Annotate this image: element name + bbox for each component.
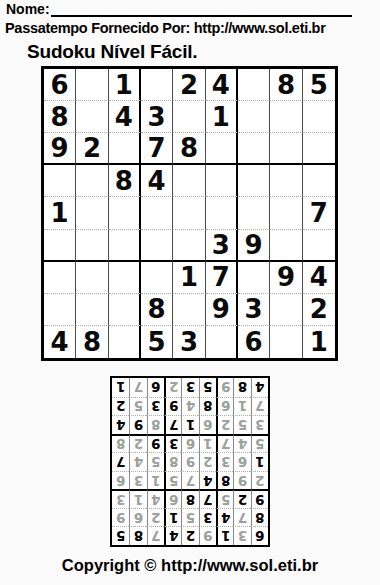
solution-cell-r1c8: 8 bbox=[129, 526, 146, 545]
sudoku-cell-r6c5[interactable] bbox=[173, 230, 205, 262]
solution-cell-r3c4: 7 bbox=[199, 489, 216, 508]
sudoku-cell-r4c1[interactable] bbox=[44, 165, 76, 197]
solution-cell-r5c8: 4 bbox=[129, 452, 146, 471]
sudoku-cell-r4c4: 4 bbox=[141, 165, 173, 197]
solution-cell-r5c1: 1 bbox=[251, 452, 268, 471]
sudoku-cell-r1c1: 6 bbox=[44, 69, 76, 101]
sudoku-cell-r9c8[interactable] bbox=[270, 326, 302, 358]
solution-cell-r4c8: 3 bbox=[129, 471, 146, 490]
sudoku-cell-r5c8[interactable] bbox=[270, 197, 302, 229]
sudoku-cell-r3c2: 2 bbox=[76, 133, 108, 165]
sudoku-cell-r1c5: 2 bbox=[173, 69, 205, 101]
solution-cell-r5c4: 2 bbox=[199, 452, 216, 471]
sudoku-worksheet: { "header": { "name_label": "Nome:", "pr… bbox=[0, 0, 380, 585]
sudoku-cell-r4c6[interactable] bbox=[206, 165, 238, 197]
solution-cell-r9c9: 1 bbox=[112, 378, 129, 397]
solution-cell-r1c7: 7 bbox=[147, 526, 164, 545]
solution-cell-r6c6: 3 bbox=[164, 434, 181, 453]
solution-cell-r9c3: 9 bbox=[216, 378, 233, 397]
sudoku-cell-r6c7: 9 bbox=[238, 230, 270, 262]
sudoku-cell-r4c2[interactable] bbox=[76, 165, 108, 197]
sudoku-cell-r8c9: 2 bbox=[303, 294, 335, 326]
sudoku-cell-r1c8: 8 bbox=[270, 69, 302, 101]
sudoku-cell-r7c7[interactable] bbox=[238, 262, 270, 294]
solution-cell-r5c3: 3 bbox=[216, 452, 233, 471]
solution-cell-r9c1: 4 bbox=[251, 378, 268, 397]
sudoku-cell-r7c9: 4 bbox=[303, 262, 335, 294]
solution-cell-r8c8: 5 bbox=[129, 397, 146, 416]
solution-cell-r3c8: 1 bbox=[129, 489, 146, 508]
page-title: Sudoku Nível Fácil. bbox=[27, 41, 197, 63]
solution-cell-r4c3: 8 bbox=[216, 471, 233, 490]
solution-cell-r8c3: 6 bbox=[216, 397, 233, 416]
solution-cell-r7c5: 1 bbox=[181, 415, 198, 434]
sudoku-cell-r5c2[interactable] bbox=[76, 197, 108, 229]
sudoku-cell-r7c1[interactable] bbox=[44, 262, 76, 294]
solution-cell-r6c9: 8 bbox=[112, 434, 129, 453]
sudoku-cell-r7c3[interactable] bbox=[109, 262, 141, 294]
sudoku-cell-r5c4[interactable] bbox=[141, 197, 173, 229]
sudoku-cell-r6c8[interactable] bbox=[270, 230, 302, 262]
sudoku-cell-r7c6: 7 bbox=[206, 262, 238, 294]
sudoku-cell-r3c7[interactable] bbox=[238, 133, 270, 165]
sudoku-cell-r2c5[interactable] bbox=[173, 101, 205, 133]
sudoku-cell-r5c9: 7 bbox=[303, 197, 335, 229]
sudoku-cell-r2c1: 8 bbox=[44, 101, 76, 133]
solution-cell-r2c1: 8 bbox=[251, 508, 268, 527]
sudoku-cell-r9c5: 3 bbox=[173, 326, 205, 358]
solution-cell-r6c3: 7 bbox=[216, 434, 233, 453]
sudoku-cell-r3c5: 8 bbox=[173, 133, 205, 165]
solution-cell-r6c1: 5 bbox=[251, 434, 268, 453]
sudoku-cell-r8c1[interactable] bbox=[44, 294, 76, 326]
solution-cell-r8c9: 2 bbox=[112, 397, 129, 416]
solution-grid-rotated: 6319247858743512699257864132984751361632… bbox=[110, 376, 270, 547]
solution-cell-r6c4: 1 bbox=[199, 434, 216, 453]
solution-cell-r5c5: 9 bbox=[181, 452, 198, 471]
sudoku-cell-r1c6: 4 bbox=[206, 69, 238, 101]
solution-cell-r1c4: 9 bbox=[199, 526, 216, 545]
sudoku-cell-r3c9[interactable] bbox=[303, 133, 335, 165]
sudoku-cell-r2c2[interactable] bbox=[76, 101, 108, 133]
sudoku-cell-r9c9: 1 bbox=[303, 326, 335, 358]
solution-cell-r6c8: 2 bbox=[129, 434, 146, 453]
solution-cell-r3c3: 5 bbox=[216, 489, 233, 508]
solution-cell-r4c4: 4 bbox=[199, 471, 216, 490]
provided-by-text: Passatempo Fornecido Por: http://www.sol… bbox=[5, 20, 375, 36]
sudoku-cell-r2c9[interactable] bbox=[303, 101, 335, 133]
solution-cell-r8c7: 3 bbox=[147, 397, 164, 416]
sudoku-cell-r3c1: 9 bbox=[44, 133, 76, 165]
solution-cell-r9c6: 2 bbox=[164, 378, 181, 397]
sudoku-cell-r6c1[interactable] bbox=[44, 230, 76, 262]
solution-cell-r7c1: 3 bbox=[251, 415, 268, 434]
sudoku-cell-r4c9[interactable] bbox=[303, 165, 335, 197]
solution-cell-r3c5: 8 bbox=[181, 489, 198, 508]
solution-cell-r8c5: 4 bbox=[181, 397, 198, 416]
sudoku-cell-r5c6[interactable] bbox=[206, 197, 238, 229]
sudoku-cell-r6c3[interactable] bbox=[109, 230, 141, 262]
sudoku-cell-r8c6: 9 bbox=[206, 294, 238, 326]
solution-cell-r4c9: 6 bbox=[112, 471, 129, 490]
solution-cell-r8c6: 9 bbox=[164, 397, 181, 416]
sudoku-cell-r2c8[interactable] bbox=[270, 101, 302, 133]
sudoku-grid: 6124858431927884173917948932485361 bbox=[41, 66, 338, 361]
sudoku-cell-r6c6: 3 bbox=[206, 230, 238, 262]
solution-cell-r2c6: 1 bbox=[164, 508, 181, 527]
solution-cell-r1c2: 3 bbox=[233, 526, 250, 545]
solution-cell-r3c9: 3 bbox=[112, 489, 129, 508]
sudoku-cell-r9c7: 6 bbox=[238, 326, 270, 358]
sudoku-cell-r6c4[interactable] bbox=[141, 230, 173, 262]
sudoku-cell-r6c9[interactable] bbox=[303, 230, 335, 262]
sudoku-cell-r7c5: 1 bbox=[173, 262, 205, 294]
name-row: Nome: bbox=[6, 1, 352, 17]
solution-cell-r9c7: 6 bbox=[147, 378, 164, 397]
sudoku-cell-r5c7[interactable] bbox=[238, 197, 270, 229]
solution-cell-r2c2: 7 bbox=[233, 508, 250, 527]
solution-cell-r3c6: 6 bbox=[164, 489, 181, 508]
sudoku-cell-r1c3: 1 bbox=[109, 69, 141, 101]
sudoku-cell-r8c2[interactable] bbox=[76, 294, 108, 326]
sudoku-cell-r7c2[interactable] bbox=[76, 262, 108, 294]
sudoku-cell-r7c4[interactable] bbox=[141, 262, 173, 294]
name-label: Nome: bbox=[6, 1, 50, 17]
solution-cell-r4c5: 7 bbox=[181, 471, 198, 490]
solution-cell-r8c1: 7 bbox=[251, 397, 268, 416]
sudoku-cell-r2c6: 1 bbox=[206, 101, 238, 133]
sudoku-cell-r1c2[interactable] bbox=[76, 69, 108, 101]
sudoku-cell-r7c8: 9 bbox=[270, 262, 302, 294]
sudoku-cell-r9c2: 8 bbox=[76, 326, 108, 358]
sudoku-cell-r1c7[interactable] bbox=[238, 69, 270, 101]
solution-cell-r4c1: 2 bbox=[251, 471, 268, 490]
sudoku-cell-r2c7[interactable] bbox=[238, 101, 270, 133]
sudoku-cell-r3c8[interactable] bbox=[270, 133, 302, 165]
solution-cell-r7c3: 2 bbox=[216, 415, 233, 434]
sudoku-cell-r5c3[interactable] bbox=[109, 197, 141, 229]
solution-cell-r4c2: 9 bbox=[233, 471, 250, 490]
solution-cell-r5c9: 7 bbox=[112, 452, 129, 471]
sudoku-cell-r8c8[interactable] bbox=[270, 294, 302, 326]
solution-cell-r7c6: 7 bbox=[164, 415, 181, 434]
solution-cell-r2c3: 4 bbox=[216, 508, 233, 527]
solution-cell-r1c9: 5 bbox=[112, 526, 129, 545]
sudoku-cell-r4c5[interactable] bbox=[173, 165, 205, 197]
solution-cell-r5c2: 6 bbox=[233, 452, 250, 471]
solution-cell-r1c3: 1 bbox=[216, 526, 233, 545]
sudoku-cell-r5c1: 1 bbox=[44, 197, 76, 229]
solution-cell-r3c2: 2 bbox=[233, 489, 250, 508]
name-blank-line bbox=[51, 1, 352, 17]
solution-cell-r9c8: 7 bbox=[129, 378, 146, 397]
solution-cell-r2c7: 2 bbox=[147, 508, 164, 527]
sudoku-cell-r4c3: 8 bbox=[109, 165, 141, 197]
solution-cell-r8c4: 8 bbox=[199, 397, 216, 416]
solution-cell-r7c9: 4 bbox=[112, 415, 129, 434]
solution-cell-r4c6: 5 bbox=[164, 471, 181, 490]
solution-cell-r2c5: 5 bbox=[181, 508, 198, 527]
solution-cell-r1c1: 6 bbox=[251, 526, 268, 545]
solution-cell-r5c6: 8 bbox=[164, 452, 181, 471]
sudoku-cell-r1c9: 5 bbox=[303, 69, 335, 101]
sudoku-cell-r5c5[interactable] bbox=[173, 197, 205, 229]
sudoku-cell-r1c4[interactable] bbox=[141, 69, 173, 101]
sudoku-cell-r8c3[interactable] bbox=[109, 294, 141, 326]
copyright-text: Copyright © http://www.sol.eti.br bbox=[0, 556, 380, 575]
solution-cell-r9c5: 3 bbox=[181, 378, 198, 397]
solution-cell-r2c8: 6 bbox=[129, 508, 146, 527]
solution-cell-r1c6: 4 bbox=[164, 526, 181, 545]
solution-cell-r9c2: 8 bbox=[233, 378, 250, 397]
sudoku-cell-r6c2[interactable] bbox=[76, 230, 108, 262]
solution-cell-r6c2: 4 bbox=[233, 434, 250, 453]
solution-cell-r1c5: 2 bbox=[181, 526, 198, 545]
solution-cell-r7c4: 6 bbox=[199, 415, 216, 434]
solution-cell-r4c7: 1 bbox=[147, 471, 164, 490]
solution-cell-r5c7: 5 bbox=[147, 452, 164, 471]
sudoku-cell-r9c6[interactable] bbox=[206, 326, 238, 358]
sudoku-cell-r3c4: 7 bbox=[141, 133, 173, 165]
solution-cell-r7c7: 8 bbox=[147, 415, 164, 434]
sudoku-cell-r4c7[interactable] bbox=[238, 165, 270, 197]
solution-cell-r9c4: 5 bbox=[199, 378, 216, 397]
sudoku-cell-r8c7: 3 bbox=[238, 294, 270, 326]
sudoku-cell-r3c3[interactable] bbox=[109, 133, 141, 165]
sudoku-cell-r9c3[interactable] bbox=[109, 326, 141, 358]
sudoku-cell-r4c8[interactable] bbox=[270, 165, 302, 197]
solution-cell-r7c8: 9 bbox=[129, 415, 146, 434]
solution-cell-r6c5: 6 bbox=[181, 434, 198, 453]
sudoku-cell-r2c4: 3 bbox=[141, 101, 173, 133]
solution-cell-r3c7: 4 bbox=[147, 489, 164, 508]
solution-cell-r7c2: 5 bbox=[233, 415, 250, 434]
solution-cell-r2c4: 3 bbox=[199, 508, 216, 527]
solution-cell-r3c1: 9 bbox=[251, 489, 268, 508]
sudoku-cell-r8c4: 8 bbox=[141, 294, 173, 326]
solution-cell-r2c9: 9 bbox=[112, 508, 129, 527]
sudoku-cell-r3c6[interactable] bbox=[206, 133, 238, 165]
sudoku-cell-r9c4: 5 bbox=[141, 326, 173, 358]
sudoku-cell-r8c5[interactable] bbox=[173, 294, 205, 326]
sudoku-cell-r2c3: 4 bbox=[109, 101, 141, 133]
solution-cell-r8c2: 1 bbox=[233, 397, 250, 416]
sudoku-cell-r9c1: 4 bbox=[44, 326, 76, 358]
solution-cell-r6c7: 9 bbox=[147, 434, 164, 453]
